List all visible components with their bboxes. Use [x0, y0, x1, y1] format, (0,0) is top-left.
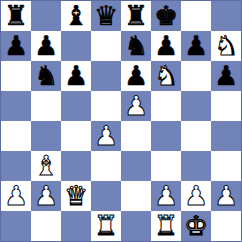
square-f8[interactable]: ♚ [151, 1, 181, 31]
square-a3[interactable] [1, 151, 31, 181]
square-g3[interactable] [181, 151, 211, 181]
square-f4[interactable] [151, 121, 181, 151]
white-pawn[interactable]: ♟ [154, 182, 178, 209]
square-b7[interactable]: ♟ [31, 31, 61, 61]
square-a4[interactable] [1, 121, 31, 151]
square-c3[interactable] [61, 151, 91, 181]
white-rook[interactable]: ♜ [94, 212, 118, 239]
square-d6[interactable] [91, 61, 121, 91]
square-c6[interactable]: ♟ [61, 61, 91, 91]
chess-board: ♜♝♛♜♚♟♟♞♟♟♞♞♟♟♞♟♟♟♝♟♟♛♟♟♟♜♜♚ [0, 0, 242, 242]
square-g6[interactable] [181, 61, 211, 91]
square-g4[interactable] [181, 121, 211, 151]
square-h5[interactable] [211, 91, 241, 121]
square-a8[interactable]: ♜ [1, 1, 31, 31]
black-pawn[interactable]: ♟ [214, 62, 238, 89]
white-pawn[interactable]: ♟ [94, 122, 118, 149]
square-h3[interactable] [211, 151, 241, 181]
square-g7[interactable]: ♟ [181, 31, 211, 61]
square-h7[interactable]: ♞ [211, 31, 241, 61]
white-bishop[interactable]: ♝ [34, 152, 58, 179]
square-h1[interactable] [211, 211, 241, 241]
square-g5[interactable] [181, 91, 211, 121]
square-h6[interactable]: ♟ [211, 61, 241, 91]
square-b5[interactable] [31, 91, 61, 121]
white-pawn[interactable]: ♟ [4, 182, 28, 209]
black-queen[interactable]: ♛ [94, 2, 118, 29]
white-pawn[interactable]: ♟ [184, 182, 208, 209]
square-f6[interactable]: ♞ [151, 61, 181, 91]
square-a6[interactable] [1, 61, 31, 91]
square-d3[interactable] [91, 151, 121, 181]
square-c5[interactable] [61, 91, 91, 121]
square-h4[interactable] [211, 121, 241, 151]
square-b4[interactable] [31, 121, 61, 151]
square-e8[interactable]: ♜ [121, 1, 151, 31]
black-pawn[interactable]: ♟ [154, 32, 178, 59]
square-e1[interactable] [121, 211, 151, 241]
square-c1[interactable] [61, 211, 91, 241]
square-c2[interactable]: ♛ [61, 181, 91, 211]
black-pawn[interactable]: ♟ [184, 32, 208, 59]
square-b1[interactable] [31, 211, 61, 241]
square-d4[interactable]: ♟ [91, 121, 121, 151]
black-pawn[interactable]: ♟ [4, 32, 28, 59]
square-b6[interactable]: ♞ [31, 61, 61, 91]
square-d8[interactable]: ♛ [91, 1, 121, 31]
white-knight[interactable]: ♞ [214, 32, 238, 59]
black-pawn[interactable]: ♟ [64, 62, 88, 89]
square-d2[interactable] [91, 181, 121, 211]
square-f2[interactable]: ♟ [151, 181, 181, 211]
square-f1[interactable]: ♜ [151, 211, 181, 241]
square-f7[interactable]: ♟ [151, 31, 181, 61]
square-e3[interactable] [121, 151, 151, 181]
square-c4[interactable] [61, 121, 91, 151]
square-b2[interactable]: ♟ [31, 181, 61, 211]
square-a1[interactable] [1, 211, 31, 241]
square-e2[interactable] [121, 181, 151, 211]
white-rook[interactable]: ♜ [154, 212, 178, 239]
square-e4[interactable] [121, 121, 151, 151]
square-e5[interactable]: ♟ [121, 91, 151, 121]
square-e6[interactable]: ♟ [121, 61, 151, 91]
white-king[interactable]: ♚ [184, 212, 208, 239]
white-pawn[interactable]: ♟ [124, 92, 148, 119]
square-h2[interactable]: ♟ [211, 181, 241, 211]
square-a7[interactable]: ♟ [1, 31, 31, 61]
square-e7[interactable]: ♞ [121, 31, 151, 61]
square-a5[interactable] [1, 91, 31, 121]
square-b3[interactable]: ♝ [31, 151, 61, 181]
black-king[interactable]: ♚ [154, 2, 178, 29]
square-d7[interactable] [91, 31, 121, 61]
black-knight[interactable]: ♞ [34, 62, 58, 89]
square-b8[interactable] [31, 1, 61, 31]
white-knight[interactable]: ♞ [154, 62, 178, 89]
square-d1[interactable]: ♜ [91, 211, 121, 241]
square-g2[interactable]: ♟ [181, 181, 211, 211]
black-rook[interactable]: ♜ [4, 2, 28, 29]
square-c7[interactable] [61, 31, 91, 61]
white-pawn[interactable]: ♟ [34, 182, 58, 209]
black-rook[interactable]: ♜ [124, 2, 148, 29]
square-d5[interactable] [91, 91, 121, 121]
square-a2[interactable]: ♟ [1, 181, 31, 211]
white-pawn[interactable]: ♟ [214, 182, 238, 209]
white-queen[interactable]: ♛ [64, 182, 88, 209]
black-knight[interactable]: ♞ [124, 32, 148, 59]
black-pawn[interactable]: ♟ [34, 32, 58, 59]
square-c8[interactable]: ♝ [61, 1, 91, 31]
black-bishop[interactable]: ♝ [64, 2, 88, 29]
square-f5[interactable] [151, 91, 181, 121]
square-g8[interactable] [181, 1, 211, 31]
square-h8[interactable] [211, 1, 241, 31]
black-pawn[interactable]: ♟ [124, 62, 148, 89]
square-g1[interactable]: ♚ [181, 211, 211, 241]
square-f3[interactable] [151, 151, 181, 181]
